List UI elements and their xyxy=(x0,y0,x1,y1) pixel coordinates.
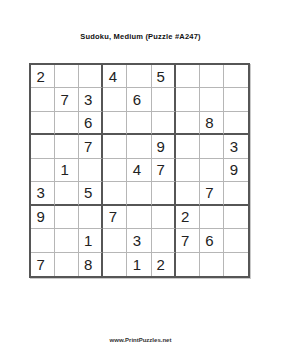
cell-r6c4 xyxy=(103,182,127,205)
cell-r4c1 xyxy=(31,135,55,158)
cell-r8c5: 3 xyxy=(127,229,151,252)
given-digit: 7 xyxy=(205,185,213,200)
cell-r6c2 xyxy=(55,182,79,205)
given-digit: 4 xyxy=(109,69,117,84)
given-digit: 1 xyxy=(133,257,141,272)
cell-r3c7 xyxy=(176,112,200,135)
cell-r5c3 xyxy=(79,159,103,182)
given-digit: 7 xyxy=(36,257,44,272)
cell-r4c4 xyxy=(103,135,127,158)
cell-r8c2 xyxy=(55,229,79,252)
given-digit: 7 xyxy=(109,209,117,224)
given-digit: 2 xyxy=(181,209,189,224)
cell-r2c1 xyxy=(31,88,55,111)
cell-r2c6 xyxy=(152,88,176,111)
cell-r9c2 xyxy=(55,253,79,276)
given-digit: 8 xyxy=(84,257,92,272)
cell-r7c4: 7 xyxy=(103,206,127,229)
cell-r3c1 xyxy=(31,112,55,135)
cell-r6c6 xyxy=(152,182,176,205)
cell-r8c6 xyxy=(152,229,176,252)
cell-r1c1: 2 xyxy=(31,65,55,88)
cell-r6c9 xyxy=(224,182,248,205)
cell-r1c4: 4 xyxy=(103,65,127,88)
given-digit: 6 xyxy=(205,233,213,248)
cell-r9c8 xyxy=(200,253,224,276)
given-digit: 2 xyxy=(156,257,164,272)
cell-r2c9 xyxy=(224,88,248,111)
given-digit: 9 xyxy=(230,162,238,177)
cell-r6c5 xyxy=(127,182,151,205)
given-digit: 9 xyxy=(36,209,44,224)
given-digit: 3 xyxy=(36,185,44,200)
cell-r9c1: 7 xyxy=(31,253,55,276)
cell-r7c2 xyxy=(55,206,79,229)
given-digit: 3 xyxy=(133,233,141,248)
cell-r9c4 xyxy=(103,253,127,276)
cell-r1c3 xyxy=(79,65,103,88)
given-digit: 1 xyxy=(84,233,92,248)
cell-r1c2 xyxy=(55,65,79,88)
cell-r9c7 xyxy=(176,253,200,276)
cell-r9c3: 8 xyxy=(79,253,103,276)
cell-r4c5 xyxy=(127,135,151,158)
cell-r2c3: 3 xyxy=(79,88,103,111)
cell-r1c6: 5 xyxy=(152,65,176,88)
given-digit: 7 xyxy=(181,233,189,248)
given-digit: 8 xyxy=(205,115,213,130)
given-digit: 7 xyxy=(60,92,68,107)
given-digit: 9 xyxy=(156,139,164,154)
cell-r9c6: 2 xyxy=(152,253,176,276)
cell-r1c8 xyxy=(200,65,224,88)
cell-r5c7 xyxy=(176,159,200,182)
given-digit: 1 xyxy=(60,162,68,177)
cell-r5c1 xyxy=(31,159,55,182)
given-digit: 6 xyxy=(84,115,92,130)
cell-r2c7 xyxy=(176,88,200,111)
cell-r4c9: 3 xyxy=(224,135,248,158)
cell-r6c3: 5 xyxy=(79,182,103,205)
cell-r8c4 xyxy=(103,229,127,252)
given-digit: 3 xyxy=(230,139,238,154)
cell-r6c8: 7 xyxy=(200,182,224,205)
given-digit: 4 xyxy=(133,162,141,177)
cell-r1c5 xyxy=(127,65,151,88)
cell-r7c1: 9 xyxy=(31,206,55,229)
sudoku-page: Sudoku, Medium (Puzzle #A247) 2457366879… xyxy=(0,0,281,363)
cell-r5c9: 9 xyxy=(224,159,248,182)
cell-r5c4 xyxy=(103,159,127,182)
cell-r3c3: 6 xyxy=(79,112,103,135)
cell-r2c2: 7 xyxy=(55,88,79,111)
cell-r8c1 xyxy=(31,229,55,252)
cell-r1c9 xyxy=(224,65,248,88)
cell-r7c3 xyxy=(79,206,103,229)
given-digit: 7 xyxy=(84,139,92,154)
cell-r8c9 xyxy=(224,229,248,252)
cell-r4c7 xyxy=(176,135,200,158)
cell-r8c3: 1 xyxy=(79,229,103,252)
footer-url: www.PrintPuzzles.net xyxy=(0,337,281,343)
cell-r6c1: 3 xyxy=(31,182,55,205)
cell-r7c8 xyxy=(200,206,224,229)
cell-r2c4 xyxy=(103,88,127,111)
cell-r5c5: 4 xyxy=(127,159,151,182)
cell-r5c8 xyxy=(200,159,224,182)
cell-r2c8 xyxy=(200,88,224,111)
cell-r7c9 xyxy=(224,206,248,229)
cell-r5c2: 1 xyxy=(55,159,79,182)
cell-r3c9 xyxy=(224,112,248,135)
given-digit: 2 xyxy=(36,69,44,84)
given-digit: 5 xyxy=(84,185,92,200)
cell-r2c5: 6 xyxy=(127,88,151,111)
given-digit: 6 xyxy=(133,92,141,107)
sudoku-grid: 24573668793147935797213767812 xyxy=(29,63,250,278)
cell-r4c3: 7 xyxy=(79,135,103,158)
cell-r6c7 xyxy=(176,182,200,205)
cell-r9c9 xyxy=(224,253,248,276)
cell-r3c8: 8 xyxy=(200,112,224,135)
cell-r3c2 xyxy=(55,112,79,135)
cell-r7c5 xyxy=(127,206,151,229)
cell-r9c5: 1 xyxy=(127,253,151,276)
cell-r8c8: 6 xyxy=(200,229,224,252)
given-digit: 7 xyxy=(156,162,164,177)
page-title: Sudoku, Medium (Puzzle #A247) xyxy=(0,32,281,41)
given-digit: 5 xyxy=(156,69,164,84)
cell-r7c6 xyxy=(152,206,176,229)
cell-r8c7: 7 xyxy=(176,229,200,252)
given-digit: 3 xyxy=(84,92,92,107)
cell-r3c6 xyxy=(152,112,176,135)
cell-r3c5 xyxy=(127,112,151,135)
cell-r4c6: 9 xyxy=(152,135,176,158)
cell-r5c6: 7 xyxy=(152,159,176,182)
cell-r7c7: 2 xyxy=(176,206,200,229)
cell-r1c7 xyxy=(176,65,200,88)
cell-r3c4 xyxy=(103,112,127,135)
cell-r4c2 xyxy=(55,135,79,158)
cell-r4c8 xyxy=(200,135,224,158)
